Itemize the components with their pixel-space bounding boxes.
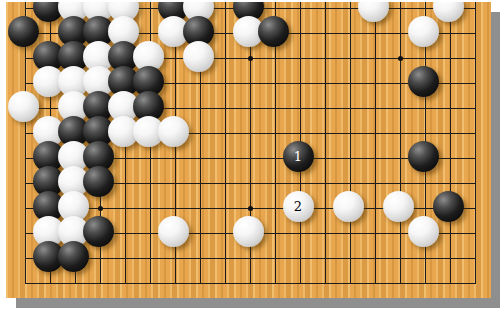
stone-black[interactable] (83, 216, 114, 247)
stone-black[interactable] (8, 16, 39, 47)
grid-line-horizontal (25, 283, 476, 284)
stone-black[interactable]: 1 (283, 141, 314, 172)
go-diagram-window: 12 (0, 0, 500, 310)
stone-black[interactable] (433, 191, 464, 222)
grid-line-vertical (325, 2, 326, 284)
grid-line-vertical (375, 2, 376, 284)
move-number-label: 1 (294, 150, 302, 163)
stone-black[interactable] (58, 241, 89, 272)
stone-black[interactable] (408, 141, 439, 172)
star-point (98, 206, 103, 211)
stone-white[interactable] (158, 216, 189, 247)
stone-white[interactable] (333, 191, 364, 222)
stone-white[interactable]: 2 (283, 191, 314, 222)
grid-line-horizontal (25, 258, 476, 259)
star-point (248, 56, 253, 61)
stone-black[interactable] (258, 16, 289, 47)
stone-white[interactable] (158, 116, 189, 147)
stone-black[interactable] (408, 66, 439, 97)
star-point (398, 56, 403, 61)
grid-line-vertical (475, 2, 476, 284)
star-point (248, 206, 253, 211)
stone-white[interactable] (233, 216, 264, 247)
grid-line-vertical (225, 2, 226, 284)
stone-white[interactable] (383, 191, 414, 222)
grid-line-vertical (400, 2, 401, 284)
go-board[interactable]: 12 (6, 2, 491, 298)
stone-white[interactable] (8, 91, 39, 122)
stone-white[interactable] (183, 41, 214, 72)
stone-black[interactable] (83, 166, 114, 197)
move-number-label: 2 (294, 200, 302, 213)
grid-line-vertical (450, 2, 451, 284)
stone-white[interactable] (408, 16, 439, 47)
stone-white[interactable] (408, 216, 439, 247)
grid-line-vertical (350, 2, 351, 284)
